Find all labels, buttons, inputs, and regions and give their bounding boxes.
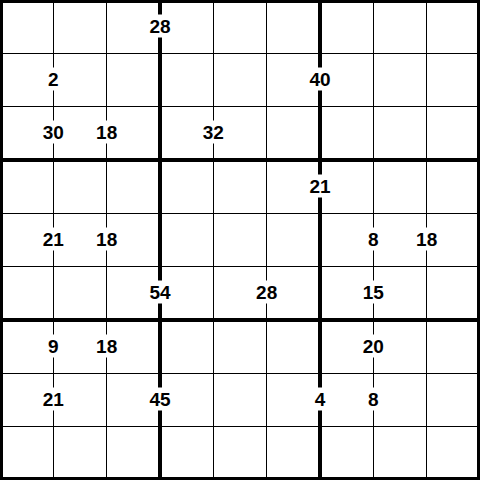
gridline-horizontal	[0, 106, 480, 107]
cell-r2c3[interactable]	[107, 53, 160, 106]
gridline-horizontal	[0, 53, 480, 54]
product-clue-r8-c3c4: 45	[146, 388, 173, 411]
cell-r4c2[interactable]	[53, 160, 106, 213]
cell-r7c9[interactable]	[427, 320, 480, 373]
cell-r7c6[interactable]	[267, 320, 320, 373]
product-clue-r5-c7c8: 8	[365, 228, 382, 251]
product-clue-r7-c1c2: 9	[45, 334, 62, 357]
cell-r3c7[interactable]	[320, 107, 373, 160]
product-sudoku-board: 2824030183221211881854281591820214548	[0, 0, 480, 480]
cell-r5c4[interactable]	[160, 213, 213, 266]
cell-r2c5[interactable]	[213, 53, 266, 106]
cell-r9c4[interactable]	[160, 427, 213, 480]
product-clue-r3-c2c3: 18	[93, 121, 120, 144]
cell-r9c9[interactable]	[427, 427, 480, 480]
cell-r9c3[interactable]	[107, 427, 160, 480]
cell-r4c3[interactable]	[107, 160, 160, 213]
product-clue-r8-c7c8: 8	[365, 388, 382, 411]
cell-r3c9[interactable]	[427, 107, 480, 160]
cell-r4c8[interactable]	[373, 160, 426, 213]
product-clue-r5-c2c3: 18	[93, 228, 120, 251]
cell-r5c6[interactable]	[267, 213, 320, 266]
cell-r5c5[interactable]	[213, 213, 266, 266]
cell-r6c9[interactable]	[427, 267, 480, 320]
cell-r7c5[interactable]	[213, 320, 266, 373]
product-clue-r3-c1c2: 30	[40, 121, 67, 144]
product-clue-r4-c6c7: 21	[306, 174, 333, 197]
cell-r1c9[interactable]	[427, 0, 480, 53]
cell-r2c9[interactable]	[427, 53, 480, 106]
cell-r9c1[interactable]	[0, 427, 53, 480]
cell-r9c5[interactable]	[213, 427, 266, 480]
gridline-horizontal	[0, 266, 480, 267]
gridline-vertical	[213, 0, 214, 480]
cell-r4c9[interactable]	[427, 160, 480, 213]
product-clue-r8-c1c2: 21	[40, 388, 67, 411]
cell-r4c5[interactable]	[213, 160, 266, 213]
cell-r9c7[interactable]	[320, 427, 373, 480]
cell-r4c1[interactable]	[0, 160, 53, 213]
product-clue-r6-c7c8: 15	[360, 281, 387, 304]
product-clue-r8-c6c7: 4	[312, 388, 329, 411]
product-clue-r2-c1c2: 2	[45, 68, 62, 91]
cell-r1c2[interactable]	[53, 0, 106, 53]
product-clue-r5-c8c9: 18	[413, 228, 440, 251]
gridline-vertical	[266, 0, 267, 480]
product-clue-r7-c2c3: 18	[93, 334, 120, 357]
product-clue-r1-c3c4: 28	[146, 14, 173, 37]
cell-r7c4[interactable]	[160, 320, 213, 373]
product-clue-r6-c5c6: 28	[253, 281, 280, 304]
cell-r6c1[interactable]	[0, 267, 53, 320]
cell-r3c6[interactable]	[267, 107, 320, 160]
cell-r9c6[interactable]	[267, 427, 320, 480]
cell-r2c8[interactable]	[373, 53, 426, 106]
cell-r1c1[interactable]	[0, 0, 53, 53]
product-clue-r7-c7c8: 20	[360, 334, 387, 357]
cell-r1c6[interactable]	[267, 0, 320, 53]
gridline-horizontal	[0, 373, 480, 374]
product-clue-r3-c4c5: 32	[200, 121, 227, 144]
cell-r9c8[interactable]	[373, 427, 426, 480]
box-divider-horizontal	[0, 318, 480, 322]
cell-r1c8[interactable]	[373, 0, 426, 53]
box-divider-horizontal	[0, 158, 480, 162]
product-clue-r2-c6c7: 40	[306, 68, 333, 91]
gridline-horizontal	[0, 213, 480, 214]
cell-r6c2[interactable]	[53, 267, 106, 320]
cell-r2c4[interactable]	[160, 53, 213, 106]
product-clue-r5-c1c2: 21	[40, 228, 67, 251]
cell-r3c8[interactable]	[373, 107, 426, 160]
cell-r4c4[interactable]	[160, 160, 213, 213]
gridline-horizontal	[0, 426, 480, 427]
cell-r9c2[interactable]	[53, 427, 106, 480]
cell-r1c5[interactable]	[213, 0, 266, 53]
product-clue-r6-c3c4: 54	[146, 281, 173, 304]
cell-r8c9[interactable]	[427, 373, 480, 426]
cell-r8c5[interactable]	[213, 373, 266, 426]
cell-r1c7[interactable]	[320, 0, 373, 53]
